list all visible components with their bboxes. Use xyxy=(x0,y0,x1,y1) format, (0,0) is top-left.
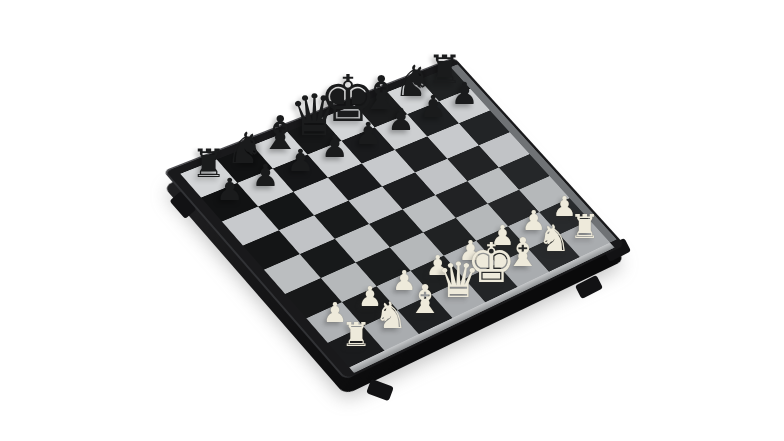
board-foot-2 xyxy=(366,379,394,401)
board-foot-3 xyxy=(575,275,603,299)
product-photo: ♜♞♝♛♚♝♞♜♟♟♟♟♟♟♟♟♟♟♟♟♟♟♟♟♜♞♝♛♚♝♞♜ xyxy=(0,0,784,441)
